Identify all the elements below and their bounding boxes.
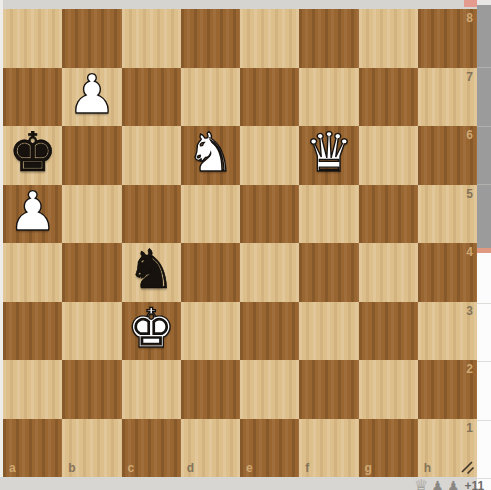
square-d8[interactable] xyxy=(181,9,240,68)
square-h3[interactable]: 3 xyxy=(418,302,477,361)
panel-separator xyxy=(477,361,491,362)
panel-separator xyxy=(477,184,491,185)
rank-label-2: 2 xyxy=(466,363,473,375)
piece-white-knight[interactable]: ♞ xyxy=(186,126,234,180)
file-label-b: b xyxy=(68,462,75,474)
square-g6[interactable] xyxy=(359,126,418,185)
square-a7[interactable] xyxy=(3,68,62,127)
square-g4[interactable] xyxy=(359,243,418,302)
square-b8[interactable] xyxy=(62,9,121,68)
square-a8[interactable] xyxy=(3,9,62,68)
panel-separator xyxy=(477,303,491,304)
side-panel-edge xyxy=(477,0,491,490)
square-h5[interactable]: 5 xyxy=(418,185,477,244)
square-e4[interactable] xyxy=(240,243,299,302)
square-a6[interactable]: ♚ xyxy=(3,126,62,185)
top-margin-strip xyxy=(0,0,491,9)
square-g7[interactable] xyxy=(359,68,418,127)
square-b7[interactable]: ♟ xyxy=(62,68,121,127)
panel-separator xyxy=(477,420,491,421)
file-label-d: d xyxy=(187,462,194,474)
square-a2[interactable] xyxy=(3,360,62,419)
square-f4[interactable] xyxy=(299,243,358,302)
material-advantage: ♕ ♟ ♟ +11 xyxy=(414,479,484,490)
square-b5[interactable] xyxy=(62,185,121,244)
square-c2[interactable] xyxy=(122,360,181,419)
square-e1[interactable]: e xyxy=(240,419,299,478)
square-b2[interactable] xyxy=(62,360,121,419)
left-margin-strip xyxy=(0,0,3,490)
square-f3[interactable] xyxy=(299,302,358,361)
square-g3[interactable] xyxy=(359,302,418,361)
pawn-icon: ♟ xyxy=(447,479,460,490)
square-h7[interactable]: 7 xyxy=(418,68,477,127)
top-accent-sliver xyxy=(464,0,478,7)
square-b3[interactable] xyxy=(62,302,121,361)
square-a3[interactable] xyxy=(3,302,62,361)
square-a5[interactable]: ♟ xyxy=(3,185,62,244)
material-score: +11 xyxy=(464,479,484,490)
rank-label-6: 6 xyxy=(466,129,473,141)
square-e2[interactable] xyxy=(240,360,299,419)
square-h8[interactable]: 8 xyxy=(418,9,477,68)
rank-label-3: 3 xyxy=(466,305,473,317)
square-g2[interactable] xyxy=(359,360,418,419)
file-label-f: f xyxy=(305,462,309,474)
square-e3[interactable] xyxy=(240,302,299,361)
square-f1[interactable]: f xyxy=(299,419,358,478)
square-h2[interactable]: 2 xyxy=(418,360,477,419)
square-f7[interactable] xyxy=(299,68,358,127)
square-d3[interactable] xyxy=(181,302,240,361)
piece-white-king[interactable]: ♚ xyxy=(127,302,175,356)
file-label-g: g xyxy=(365,462,372,474)
side-panel-bottom xyxy=(477,253,491,490)
square-c6[interactable] xyxy=(122,126,181,185)
square-g8[interactable] xyxy=(359,9,418,68)
square-a4[interactable] xyxy=(3,243,62,302)
piece-black-king[interactable]: ♚ xyxy=(8,126,56,180)
square-h4[interactable]: 4 xyxy=(418,243,477,302)
square-h6[interactable]: 6 xyxy=(418,126,477,185)
square-f6[interactable]: ♛ xyxy=(299,126,358,185)
file-label-h: h xyxy=(424,462,431,474)
panel-separator xyxy=(477,126,491,127)
square-c5[interactable] xyxy=(122,185,181,244)
bottom-margin-strip xyxy=(0,477,477,490)
rank-label-5: 5 xyxy=(466,188,473,200)
square-g1[interactable]: g xyxy=(359,419,418,478)
file-label-e: e xyxy=(246,462,253,474)
square-d1[interactable]: d xyxy=(181,419,240,478)
rank-label-7: 7 xyxy=(466,71,473,83)
square-d6[interactable]: ♞ xyxy=(181,126,240,185)
square-c1[interactable]: c xyxy=(122,419,181,478)
rank-label-4: 4 xyxy=(466,246,473,258)
piece-black-knight[interactable]: ♞ xyxy=(127,243,175,297)
square-c7[interactable] xyxy=(122,68,181,127)
rank-label-1: 1 xyxy=(466,422,473,434)
square-c3[interactable]: ♚ xyxy=(122,302,181,361)
square-e5[interactable] xyxy=(240,185,299,244)
chess-board[interactable]: 8♟7♚♞♛6♟5♞4♚32abcdefgh1 xyxy=(3,9,477,477)
square-d5[interactable] xyxy=(181,185,240,244)
piece-white-pawn[interactable]: ♟ xyxy=(68,68,116,122)
square-e7[interactable] xyxy=(240,68,299,127)
square-f8[interactable] xyxy=(299,9,358,68)
square-b6[interactable] xyxy=(62,126,121,185)
square-b4[interactable] xyxy=(62,243,121,302)
square-d2[interactable] xyxy=(181,360,240,419)
square-c4[interactable]: ♞ xyxy=(122,243,181,302)
chess-app-window: 8♟7♚♞♛6♟5♞4♚32abcdefgh1 ♕ ♟ ♟ +11 xyxy=(0,0,491,490)
square-d4[interactable] xyxy=(181,243,240,302)
square-b1[interactable]: b xyxy=(62,419,121,478)
panel-separator xyxy=(477,67,491,68)
square-a1[interactable]: a xyxy=(3,419,62,478)
piece-white-queen[interactable]: ♛ xyxy=(305,126,353,180)
rank-label-8: 8 xyxy=(466,12,473,24)
square-e8[interactable] xyxy=(240,9,299,68)
square-f2[interactable] xyxy=(299,360,358,419)
queen-icon: ♕ xyxy=(414,478,428,490)
square-e6[interactable] xyxy=(240,126,299,185)
pawn-icon: ♟ xyxy=(431,479,444,490)
board-resize-handle[interactable] xyxy=(459,459,475,475)
file-label-c: c xyxy=(128,462,135,474)
resize-icon xyxy=(459,459,475,475)
file-label-a: a xyxy=(9,462,16,474)
square-c8[interactable] xyxy=(122,9,181,68)
square-f5[interactable] xyxy=(299,185,358,244)
square-g5[interactable] xyxy=(359,185,418,244)
piece-white-pawn[interactable]: ♟ xyxy=(8,185,56,239)
square-d7[interactable] xyxy=(181,68,240,127)
